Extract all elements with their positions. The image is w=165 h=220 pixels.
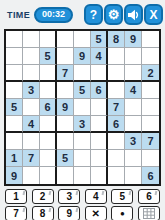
cell-r5c3[interactable]: 6: [40, 99, 57, 116]
erase-x-icon: ✕: [92, 208, 100, 219]
cell-r4c7[interactable]: [108, 82, 125, 99]
candidates-button[interactable]: [138, 206, 160, 220]
help-button[interactable]: ?: [84, 4, 103, 25]
cell-r7c4[interactable]: [57, 133, 74, 150]
speaker-icon: [127, 9, 140, 21]
gear-icon: ⚙: [108, 8, 120, 21]
cell-r5c6[interactable]: [91, 99, 108, 116]
cell-r7c1[interactable]: [6, 133, 23, 150]
cell-r5c1[interactable]: 5: [6, 99, 23, 116]
cell-r7c7[interactable]: [108, 133, 125, 150]
settings-button[interactable]: ⚙: [104, 4, 123, 25]
cell-r9c6[interactable]: [91, 167, 108, 184]
cell-r5c7[interactable]: 7: [108, 99, 125, 116]
cell-r2c6[interactable]: 4: [91, 48, 108, 65]
cell-r6c4[interactable]: [57, 116, 74, 133]
cell-r2c5[interactable]: 9: [74, 48, 91, 65]
cell-r9c8[interactable]: [125, 167, 142, 184]
digit-button-2[interactable]: 2: [32, 189, 54, 204]
cell-r1c1[interactable]: [6, 31, 23, 48]
keypad: 123456 789 ✕ ●: [5, 189, 160, 220]
cell-r8c6[interactable]: [91, 150, 108, 167]
cell-r8c2[interactable]: 7: [23, 150, 40, 167]
cell-r2c3[interactable]: 5: [40, 48, 57, 65]
cell-r8c1[interactable]: 1: [6, 150, 23, 167]
cell-r9c5[interactable]: [74, 167, 91, 184]
close-icon: X: [149, 9, 157, 21]
sudoku-board: 58959472356456974363717596: [4, 29, 161, 186]
cell-r2c1[interactable]: [6, 48, 23, 65]
cell-r5c8[interactable]: [125, 99, 142, 116]
cell-r6c2[interactable]: 4: [23, 116, 40, 133]
digit-button-1[interactable]: 1: [5, 189, 27, 204]
cell-r6c3[interactable]: [40, 116, 57, 133]
cell-r8c9[interactable]: [142, 150, 159, 167]
cell-r8c3[interactable]: [40, 150, 57, 167]
digit-button-6[interactable]: 6: [138, 189, 160, 204]
cell-r3c6[interactable]: [91, 65, 108, 82]
cell-r5c5[interactable]: [74, 99, 91, 116]
cell-r5c4[interactable]: 9: [57, 99, 74, 116]
cell-r1c6[interactable]: 5: [91, 31, 108, 48]
cell-r3c5[interactable]: [74, 65, 91, 82]
cell-r1c5[interactable]: [74, 31, 91, 48]
pencil-dot-icon: ●: [120, 209, 125, 218]
time-label: TIME: [7, 10, 30, 20]
cell-r5c2[interactable]: [23, 99, 40, 116]
cell-r3c3[interactable]: [40, 65, 57, 82]
cell-r5c9[interactable]: [142, 99, 159, 116]
cell-r2c8[interactable]: [125, 48, 142, 65]
cell-r6c1[interactable]: [6, 116, 23, 133]
cell-r4c2[interactable]: 3: [23, 82, 40, 99]
digit-button-4[interactable]: 4: [85, 189, 107, 204]
cell-r9c1[interactable]: 9: [6, 167, 23, 184]
cell-r1c2[interactable]: [23, 31, 40, 48]
cell-r6c5[interactable]: 3: [74, 116, 91, 133]
cell-r6c8[interactable]: [125, 116, 142, 133]
toolbar: TIME 00:32 ? ⚙ X: [0, 0, 165, 27]
cell-r9c7[interactable]: [108, 167, 125, 184]
pencil-mark-button[interactable]: ●: [111, 206, 133, 220]
cell-r7c8[interactable]: 3: [125, 133, 142, 150]
cell-r3c7[interactable]: [108, 65, 125, 82]
grid-icon: [143, 208, 155, 219]
cell-r9c9[interactable]: 6: [142, 167, 159, 184]
cell-r2c2[interactable]: [23, 48, 40, 65]
sudoku-app: TIME 00:32 ? ⚙ X 58959472356456974363717…: [0, 0, 165, 220]
cell-r4c9[interactable]: [142, 82, 159, 99]
digit-button-7[interactable]: 7: [5, 206, 27, 220]
cell-r8c5[interactable]: [74, 150, 91, 167]
cell-r3c8[interactable]: [125, 65, 142, 82]
cell-r3c1[interactable]: [6, 65, 23, 82]
cell-r8c7[interactable]: [108, 150, 125, 167]
cell-r2c7[interactable]: [108, 48, 125, 65]
toolbar-buttons: ? ⚙ X: [84, 4, 163, 25]
cell-r4c5[interactable]: 5: [74, 82, 91, 99]
keypad-row-2: 789 ✕ ●: [5, 206, 160, 220]
cell-r1c9[interactable]: [142, 31, 159, 48]
cell-r9c3[interactable]: [40, 167, 57, 184]
cell-r6c7[interactable]: 6: [108, 116, 125, 133]
cell-r2c9[interactable]: [142, 48, 159, 65]
cell-r9c4[interactable]: [57, 167, 74, 184]
cell-r3c2[interactable]: [23, 65, 40, 82]
cell-r4c6[interactable]: 6: [91, 82, 108, 99]
cell-r3c4[interactable]: 7: [57, 65, 74, 82]
digit-button-9[interactable]: 9: [58, 206, 80, 220]
cell-r8c8[interactable]: [125, 150, 142, 167]
digit-button-3[interactable]: 3: [58, 189, 80, 204]
cell-r4c3[interactable]: [40, 82, 57, 99]
cell-r4c1[interactable]: [6, 82, 23, 99]
cell-r8c4[interactable]: 5: [57, 150, 74, 167]
cell-r4c4[interactable]: [57, 82, 74, 99]
cell-r7c2[interactable]: [23, 133, 40, 150]
cell-r6c9[interactable]: [142, 116, 159, 133]
question-mark-icon: ?: [90, 9, 97, 21]
keypad-row-1: 123456: [5, 189, 160, 204]
cell-r3c9[interactable]: 2: [142, 65, 159, 82]
close-button[interactable]: X: [144, 4, 163, 25]
cell-r7c3[interactable]: [40, 133, 57, 150]
cell-r4c8[interactable]: 4: [125, 82, 142, 99]
cell-r7c9[interactable]: 7: [142, 133, 159, 150]
sound-button[interactable]: [124, 4, 143, 25]
cell-r1c3[interactable]: [40, 31, 57, 48]
cell-r6c6[interactable]: [91, 116, 108, 133]
cell-r1c7[interactable]: 8: [108, 31, 125, 48]
cell-r2c4[interactable]: [57, 48, 74, 65]
cell-r1c8[interactable]: 9: [125, 31, 142, 48]
cell-r7c6[interactable]: [91, 133, 108, 150]
digit-button-5[interactable]: 5: [111, 189, 133, 204]
cell-r7c5[interactable]: [74, 133, 91, 150]
timer-badge: 00:32: [34, 7, 73, 23]
cell-r9c2[interactable]: [23, 167, 40, 184]
erase-button[interactable]: ✕: [85, 206, 107, 220]
digit-button-8[interactable]: 8: [32, 206, 54, 220]
cell-r1c4[interactable]: [57, 31, 74, 48]
